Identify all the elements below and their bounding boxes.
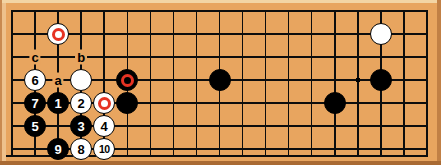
white-stone — [370, 23, 392, 45]
black-stone — [116, 92, 138, 114]
point-label-b: b — [75, 50, 87, 65]
stone-number: 7 — [31, 97, 38, 110]
stone-number: 1 — [54, 97, 61, 110]
board-frame-top-highlight — [0, 0, 441, 3]
stone-number: 10 — [99, 144, 110, 155]
stone-number: 6 — [31, 74, 38, 87]
black-stone — [116, 69, 138, 91]
white-stone: 4 — [93, 115, 115, 137]
point-label-c: c — [29, 50, 40, 65]
grid-line-horizontal — [11, 33, 428, 35]
stone-number: 9 — [54, 143, 61, 156]
grid-line-horizontal — [11, 56, 428, 58]
circle-mark-icon — [121, 74, 134, 87]
black-stone: 9 — [47, 138, 69, 160]
white-stone — [70, 69, 92, 91]
black-stone — [209, 69, 231, 91]
stone-number: 3 — [78, 120, 85, 133]
board-frame-left-highlight — [2, 3, 6, 165]
black-stone: 3 — [70, 115, 92, 137]
stone-number: 4 — [101, 120, 108, 133]
stone-number: 2 — [78, 97, 85, 110]
black-stone: 7 — [24, 92, 46, 114]
stone-number: 5 — [31, 120, 38, 133]
white-stone: 6 — [24, 69, 46, 91]
white-stone: 8 — [70, 138, 92, 160]
white-stone — [93, 92, 115, 114]
white-stone: 2 — [70, 92, 92, 114]
circle-mark-icon — [98, 97, 111, 110]
black-stone: 5 — [24, 115, 46, 137]
circle-mark-icon — [52, 28, 65, 41]
point-label-a: a — [52, 73, 63, 88]
board-frame-right-edge — [437, 0, 441, 165]
stone-number: 8 — [78, 143, 85, 156]
go-board-diagram: 67125349810abc — [0, 0, 441, 165]
white-stone — [47, 23, 69, 45]
black-stone — [324, 92, 346, 114]
board-frame-bottom-edge — [0, 161, 441, 165]
grid-line-horizontal — [11, 10, 428, 12]
black-stone — [370, 69, 392, 91]
star-point — [356, 78, 360, 82]
black-stone: 1 — [47, 92, 69, 114]
